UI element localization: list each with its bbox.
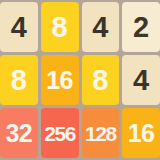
tile-32: 32 [0,108,38,158]
tile-8: 8 [0,55,38,105]
tile-4: 4 [0,2,38,52]
tile-8: 8 [82,55,120,105]
tile-4: 4 [122,55,160,105]
tile-16: 16 [122,108,160,158]
tile-256: 256 [41,108,79,158]
tile-8: 8 [41,2,79,52]
game-board-2048[interactable]: 4842816843225612816 [0,0,160,160]
tile-128: 128 [82,108,120,158]
tile-4: 4 [82,2,120,52]
tile-16: 16 [41,55,79,105]
tile-2: 2 [122,2,160,52]
